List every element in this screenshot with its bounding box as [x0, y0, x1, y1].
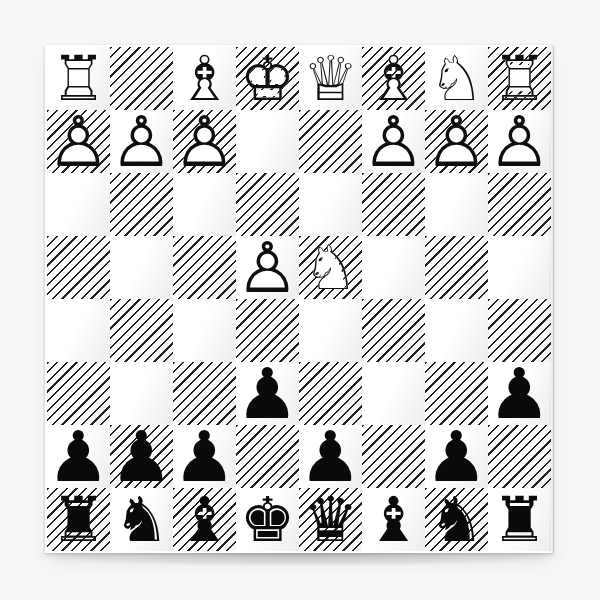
black-pawn-glyph: ♟ [47, 422, 110, 492]
square-d3[interactable] [299, 173, 362, 236]
square-c5[interactable] [362, 299, 425, 362]
square-e4[interactable]: ♟♙ [236, 236, 299, 299]
square-c6[interactable] [362, 362, 425, 425]
square-b5[interactable] [425, 299, 488, 362]
square-a3[interactable] [488, 173, 551, 236]
square-f4[interactable] [173, 236, 236, 299]
black-pawn[interactable]: ♟ [236, 362, 299, 425]
white-pawn-glyph: ♙ [362, 107, 425, 177]
square-f7[interactable]: ♟ [173, 425, 236, 488]
white-king-glyph: ♔ [240, 48, 296, 110]
square-c4[interactable] [362, 236, 425, 299]
black-knight-glyph: ♞ [429, 489, 485, 551]
black-pawn[interactable]: ♟ [110, 425, 173, 488]
square-d4[interactable]: ♞♘ [299, 236, 362, 299]
white-knight[interactable]: ♞♘ [299, 236, 362, 299]
square-g3[interactable] [110, 173, 173, 236]
black-queen-glyph: ♛ [303, 489, 359, 551]
black-bishop-glyph: ♝ [177, 489, 233, 551]
white-pawn-glyph: ♙ [47, 107, 110, 177]
white-king[interactable]: ♚♔ [236, 47, 299, 110]
square-e8[interactable]: ♚ [236, 488, 299, 551]
square-d5[interactable] [299, 299, 362, 362]
square-d2[interactable] [299, 110, 362, 173]
square-c8[interactable]: ♝ [362, 488, 425, 551]
square-g8[interactable]: ♞ [110, 488, 173, 551]
black-knight[interactable]: ♞ [425, 488, 488, 551]
white-pawn[interactable]: ♟♙ [47, 110, 110, 173]
black-pawn[interactable]: ♟ [488, 362, 551, 425]
black-pawn-glyph: ♟ [236, 359, 299, 429]
square-d1[interactable]: ♛♕ [299, 47, 362, 110]
square-b7[interactable]: ♟ [425, 425, 488, 488]
white-pawn[interactable]: ♟♙ [110, 110, 173, 173]
chess-poster: ♜♖♝♗♚♔♛♕♝♗♞♘♜♖♟♙♟♙♟♙♟♙♟♙♟♙♟♙♞♘♟♟♟♟♟♟♟♜♞♝… [45, 45, 553, 553]
square-h4[interactable] [47, 236, 110, 299]
square-a2[interactable]: ♟♙ [488, 110, 551, 173]
square-g2[interactable]: ♟♙ [110, 110, 173, 173]
square-h7[interactable]: ♟ [47, 425, 110, 488]
square-d7[interactable]: ♟ [299, 425, 362, 488]
square-a7[interactable] [488, 425, 551, 488]
black-rook-glyph: ♜ [492, 489, 548, 551]
poster-photo-scene: ♜♖♝♗♚♔♛♕♝♗♞♘♜♖♟♙♟♙♟♙♟♙♟♙♟♙♟♙♞♘♟♟♟♟♟♟♟♜♞♝… [0, 0, 600, 600]
white-pawn-glyph: ♙ [425, 107, 488, 177]
square-f5[interactable] [173, 299, 236, 362]
square-a6[interactable]: ♟ [488, 362, 551, 425]
square-g4[interactable] [110, 236, 173, 299]
square-b4[interactable] [425, 236, 488, 299]
square-f2[interactable]: ♟♙ [173, 110, 236, 173]
square-f3[interactable] [173, 173, 236, 236]
black-pawn-glyph: ♟ [299, 422, 362, 492]
white-pawn-glyph: ♙ [173, 107, 236, 177]
square-d8[interactable]: ♛ [299, 488, 362, 551]
black-pawn-glyph: ♟ [110, 422, 173, 492]
black-bishop-glyph: ♝ [366, 489, 422, 551]
square-h8[interactable]: ♜ [47, 488, 110, 551]
black-pawn[interactable]: ♟ [299, 425, 362, 488]
white-queen-glyph: ♕ [303, 48, 359, 110]
square-a8[interactable]: ♜ [488, 488, 551, 551]
black-rook[interactable]: ♜ [488, 488, 551, 551]
square-a4[interactable] [488, 236, 551, 299]
square-c7[interactable] [362, 425, 425, 488]
black-queen[interactable]: ♛ [299, 488, 362, 551]
square-e6[interactable]: ♟ [236, 362, 299, 425]
white-knight-glyph: ♘ [303, 237, 359, 299]
square-e1[interactable]: ♚♔ [236, 47, 299, 110]
square-c2[interactable]: ♟♙ [362, 110, 425, 173]
square-b8[interactable]: ♞ [425, 488, 488, 551]
square-e2[interactable] [236, 110, 299, 173]
black-knight-glyph: ♞ [114, 489, 170, 551]
chess-board: ♜♖♝♗♚♔♛♕♝♗♞♘♜♖♟♙♟♙♟♙♟♙♟♙♟♙♟♙♞♘♟♟♟♟♟♟♟♜♞♝… [47, 47, 551, 551]
black-rook-glyph: ♜ [51, 489, 107, 551]
white-pawn-glyph: ♙ [110, 107, 173, 177]
black-pawn-glyph: ♟ [425, 422, 488, 492]
black-pawn[interactable]: ♟ [173, 425, 236, 488]
white-pawn[interactable]: ♟♙ [488, 110, 551, 173]
white-pawn[interactable]: ♟♙ [425, 110, 488, 173]
square-h5[interactable] [47, 299, 110, 362]
black-pawn-glyph: ♟ [488, 359, 551, 429]
white-pawn-glyph: ♙ [488, 107, 551, 177]
white-pawn[interactable]: ♟♙ [362, 110, 425, 173]
black-rook[interactable]: ♜ [47, 488, 110, 551]
square-h3[interactable] [47, 173, 110, 236]
square-g5[interactable] [110, 299, 173, 362]
white-pawn[interactable]: ♟♙ [236, 236, 299, 299]
square-f8[interactable]: ♝ [173, 488, 236, 551]
square-e7[interactable] [236, 425, 299, 488]
white-queen[interactable]: ♛♕ [299, 47, 362, 110]
white-pawn-glyph: ♙ [236, 233, 299, 303]
black-king-glyph: ♚ [240, 489, 296, 551]
black-king[interactable]: ♚ [236, 488, 299, 551]
square-b2[interactable]: ♟♙ [425, 110, 488, 173]
square-g7[interactable]: ♟ [110, 425, 173, 488]
square-b3[interactable] [425, 173, 488, 236]
black-bishop[interactable]: ♝ [362, 488, 425, 551]
square-h2[interactable]: ♟♙ [47, 110, 110, 173]
black-pawn[interactable]: ♟ [425, 425, 488, 488]
black-pawn[interactable]: ♟ [47, 425, 110, 488]
white-pawn[interactable]: ♟♙ [173, 110, 236, 173]
square-c3[interactable] [362, 173, 425, 236]
black-bishop[interactable]: ♝ [173, 488, 236, 551]
black-pawn-glyph: ♟ [173, 422, 236, 492]
black-knight[interactable]: ♞ [110, 488, 173, 551]
